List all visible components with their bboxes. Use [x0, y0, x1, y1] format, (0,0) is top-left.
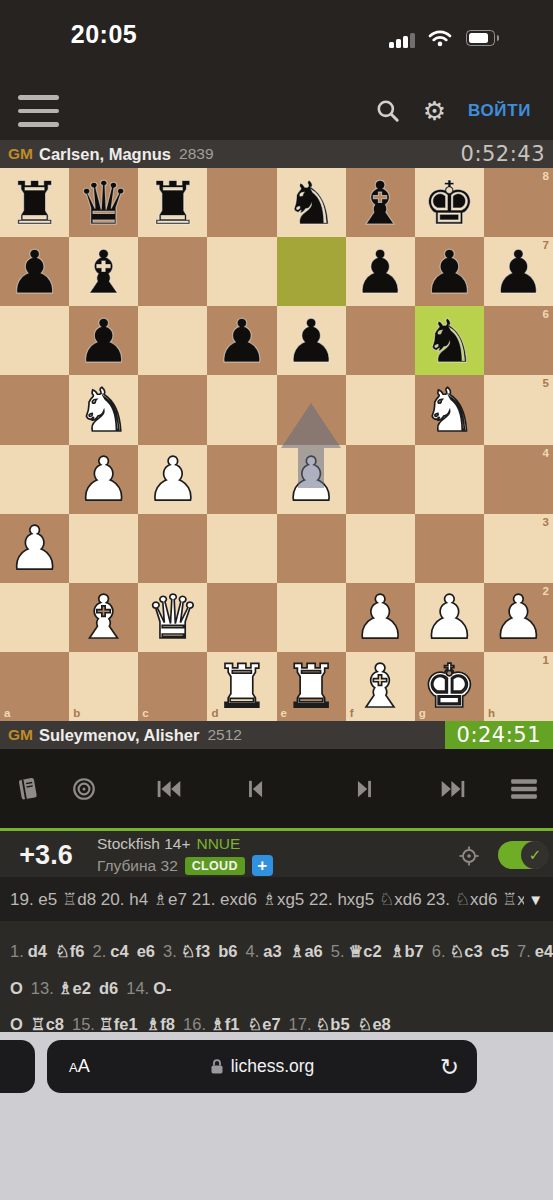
square-a5[interactable] — [0, 375, 69, 444]
square-a1[interactable]: a — [0, 652, 69, 721]
login-button[interactable]: ВОЙТИ — [468, 101, 531, 121]
chess-board: ♜♛♜♞♝♚8♟♝♟♟7♟♟♟♟♞6♞♞5♟♟♟4♟3♝♛♟♟2♟abcd♜e♜… — [0, 168, 553, 721]
file-label-h: h — [488, 708, 495, 720]
black-pawn-e6[interactable]: ♟ — [277, 306, 346, 375]
white-bishop-f1[interactable]: ♝ — [346, 652, 415, 721]
move-4-b[interactable]: ♗a6 — [290, 942, 323, 960]
square-b5[interactable]: ♞ — [69, 375, 138, 444]
move-number: 2. — [93, 942, 107, 960]
move-15-w[interactable]: ♖fe1 — [99, 1015, 138, 1032]
square-g1[interactable]: g♚ — [415, 652, 484, 721]
white-rook-e1[interactable]: ♜ — [277, 652, 346, 721]
square-c3[interactable] — [138, 514, 207, 583]
white-knight-g5[interactable]: ♞ — [415, 375, 484, 444]
rank-label-3: 3 — [543, 517, 549, 529]
square-e5[interactable] — [277, 375, 346, 444]
lock-icon — [210, 1058, 224, 1075]
square-a6[interactable] — [0, 306, 69, 375]
move-17-b[interactable]: ♘e8 — [358, 1015, 391, 1032]
move-number: 1. — [10, 942, 24, 960]
square-d7[interactable] — [207, 237, 276, 306]
move-3-b[interactable]: b6 — [218, 942, 237, 960]
player-name[interactable]: Suleymenov, Alisher — [39, 726, 199, 745]
pv-expand-icon[interactable]: ▼ — [528, 891, 543, 908]
battery-icon — [466, 30, 495, 46]
menu-hamburger-icon[interactable] — [18, 95, 59, 136]
square-e7[interactable] — [277, 237, 346, 306]
square-c5[interactable] — [138, 375, 207, 444]
black-pawn-h7[interactable]: ♟ — [484, 237, 553, 306]
wifi-icon — [428, 29, 452, 47]
black-bishop-f8[interactable]: ♝ — [346, 168, 415, 237]
square-e1[interactable]: e♜ — [277, 652, 346, 721]
square-a3[interactable]: ♟ — [0, 514, 69, 583]
square-c6[interactable] — [138, 306, 207, 375]
square-h5[interactable]: 5 — [484, 375, 553, 444]
white-pawn-b4[interactable]: ♟ — [69, 445, 138, 514]
status-time: 20:05 — [58, 20, 150, 49]
cloud-badge: CLOUD — [185, 857, 245, 875]
move-1-b[interactable]: ♘f6 — [55, 942, 84, 960]
square-f5[interactable] — [346, 375, 415, 444]
square-d5[interactable] — [207, 375, 276, 444]
white-pawn-f2[interactable]: ♟ — [346, 583, 415, 652]
reload-icon[interactable]: ↻ — [440, 1054, 459, 1080]
square-g2[interactable]: ♟ — [415, 583, 484, 652]
move-number: 7. — [517, 942, 531, 960]
black-rook-a8[interactable]: ♜ — [0, 168, 69, 237]
square-c4[interactable]: ♟ — [138, 445, 207, 514]
player-bar-black: GM Carlsen, Magnus 2839 0:52:43 — [0, 140, 553, 168]
square-f7[interactable]: ♟ — [346, 237, 415, 306]
black-rook-c8[interactable]: ♜ — [138, 168, 207, 237]
player-name[interactable]: Carlsen, Magnus — [39, 145, 171, 164]
move-13-b[interactable]: d6 — [99, 979, 118, 997]
move-17-w[interactable]: ♘b5 — [316, 1015, 350, 1032]
rank-label-5: 5 — [543, 378, 549, 390]
engine-panel: +3.6 Stockfish 14+NNUE Глубина 32 CLOUD … — [0, 828, 553, 877]
square-f3[interactable] — [346, 514, 415, 583]
square-f8[interactable]: ♝ — [346, 168, 415, 237]
player-rating: 2512 — [207, 726, 241, 744]
board-menu-icon[interactable] — [509, 777, 539, 801]
square-c2[interactable]: ♛ — [138, 583, 207, 652]
black-king-g8[interactable]: ♚ — [415, 168, 484, 237]
square-f6[interactable] — [346, 306, 415, 375]
move-number: 13. — [31, 979, 54, 997]
black-pawn-b6[interactable]: ♟ — [69, 306, 138, 375]
last-move-button[interactable] — [439, 776, 467, 802]
search-icon[interactable] — [375, 98, 401, 124]
white-pawn-e4[interactable]: ♟ — [277, 445, 346, 514]
engine-eval: +3.6 — [0, 834, 92, 877]
square-b4[interactable]: ♟ — [69, 445, 138, 514]
first-move-button[interactable] — [155, 776, 183, 802]
file-label-b: b — [73, 708, 80, 720]
square-g6[interactable]: ♞ — [415, 306, 484, 375]
square-d6[interactable]: ♟ — [207, 306, 276, 375]
player-bar-white: GM Suleymenov, Alisher 2512 0:24:51 — [0, 721, 553, 749]
black-pawn-g7[interactable]: ♟ — [415, 237, 484, 306]
square-h6[interactable]: 6 — [484, 306, 553, 375]
address-bar[interactable]: AA lichess.org ↻ — [47, 1040, 477, 1093]
previous-move-button[interactable] — [245, 776, 265, 802]
focus-target-icon[interactable] — [457, 844, 481, 868]
black-knight-g6[interactable]: ♞ — [415, 306, 484, 375]
square-b3[interactable] — [69, 514, 138, 583]
square-g8[interactable]: ♚ — [415, 168, 484, 237]
white-pawn-a3[interactable]: ♟ — [0, 514, 69, 583]
file-label-a: a — [4, 708, 10, 720]
toggle-check-icon: ✓ — [521, 841, 549, 869]
square-e8[interactable]: ♞ — [277, 168, 346, 237]
move-15-b[interactable]: ♗f8 — [146, 1015, 175, 1032]
rank-label-4: 4 — [543, 448, 549, 460]
practice-target-icon[interactable] — [71, 776, 97, 802]
move-7-w[interactable]: e4 — [535, 942, 553, 960]
engine-name-line: Stockfish 14+NNUE — [97, 835, 273, 853]
move-6-w[interactable]: ♘c3 — [450, 942, 483, 960]
black-pawn-f7[interactable]: ♟ — [346, 237, 415, 306]
white-pawn-c4[interactable]: ♟ — [138, 445, 207, 514]
square-g4[interactable] — [415, 445, 484, 514]
adjacent-tab-stub[interactable] — [0, 1040, 35, 1093]
square-e2[interactable] — [277, 583, 346, 652]
move-number: 4. — [245, 942, 259, 960]
white-pawn-h2[interactable]: ♟ — [484, 583, 553, 652]
move-2-b[interactable]: e6 — [137, 942, 155, 960]
rank-label-6: 6 — [543, 309, 549, 321]
url-text: lichess.org — [231, 1056, 315, 1077]
square-e3[interactable] — [277, 514, 346, 583]
player-rating: 2839 — [179, 145, 213, 163]
square-g3[interactable] — [415, 514, 484, 583]
move-number: 6. — [432, 942, 446, 960]
cellular-signal-icon — [389, 32, 415, 48]
move-number: 14. — [126, 979, 149, 997]
square-a4[interactable] — [0, 445, 69, 514]
square-d2[interactable] — [207, 583, 276, 652]
move-5-b[interactable]: ♗b7 — [390, 942, 424, 960]
white-pawn-g2[interactable]: ♟ — [415, 583, 484, 652]
square-a2[interactable] — [0, 583, 69, 652]
white-bishop-b2[interactable]: ♝ — [69, 583, 138, 652]
white-rook-d1[interactable]: ♜ — [207, 652, 276, 721]
opening-book-icon[interactable] — [14, 775, 41, 802]
engine-toggle-switch[interactable]: ✓ — [498, 841, 548, 869]
rank-label-8: 8 — [543, 171, 549, 183]
white-knight-b5[interactable]: ♞ — [69, 375, 138, 444]
square-b2[interactable]: ♝ — [69, 583, 138, 652]
move-list: 1.d4♘f62.c4e63.♘f3b64.a3♗a65.♕c2♗b76.♘c3… — [0, 921, 553, 1032]
square-g5[interactable]: ♞ — [415, 375, 484, 444]
safari-bottom-chrome: AA lichess.org ↻ — [0, 1032, 553, 1200]
square-b1[interactable]: b — [69, 652, 138, 721]
square-a7[interactable]: ♟ — [0, 237, 69, 306]
square-f1[interactable]: f♝ — [346, 652, 415, 721]
move-3-w[interactable]: ♘f3 — [181, 942, 210, 960]
move-number: 5. — [331, 942, 345, 960]
square-h7[interactable]: 7♟ — [484, 237, 553, 306]
square-b6[interactable]: ♟ — [69, 306, 138, 375]
square-d3[interactable] — [207, 514, 276, 583]
clock-white-active: 0:24:51 — [445, 721, 553, 749]
reader-options-button[interactable]: AA — [69, 1056, 90, 1077]
rank-label-1: 1 — [543, 655, 549, 667]
square-d8[interactable] — [207, 168, 276, 237]
file-label-c: c — [142, 708, 148, 720]
engine-name: Stockfish 14+ — [97, 835, 190, 852]
move-4-w[interactable]: a3 — [263, 942, 281, 960]
next-move-button[interactable] — [355, 776, 375, 802]
move-number: 16. — [183, 1015, 206, 1032]
square-d1[interactable]: d♜ — [207, 652, 276, 721]
top-chrome: 20:05 ⚙ ВОЙТИ — [0, 0, 553, 140]
move-number: 17. — [289, 1015, 312, 1032]
settings-gear-icon[interactable]: ⚙ — [423, 98, 446, 124]
square-f2[interactable]: ♟ — [346, 583, 415, 652]
move-2-w[interactable]: c4 — [110, 942, 128, 960]
move-number: 3. — [163, 942, 177, 960]
move-number: 15. — [72, 1015, 95, 1032]
black-bishop-b7[interactable]: ♝ — [69, 237, 138, 306]
move-5-w[interactable]: ♕c2 — [349, 942, 382, 960]
engine-depth: Глубина 32 — [97, 857, 178, 875]
nnue-label: NNUE — [196, 835, 240, 852]
square-b8[interactable]: ♛ — [69, 168, 138, 237]
white-king-g1[interactable]: ♚ — [415, 652, 484, 721]
white-queen-c2[interactable]: ♛ — [138, 583, 207, 652]
square-e4[interactable]: ♟ — [277, 445, 346, 514]
pv-moves[interactable]: 19. e5 ♖d8 20. h4 ♗e7 21. exd6 ♗xg5 22. … — [10, 889, 524, 910]
square-g7[interactable]: ♟ — [415, 237, 484, 306]
square-d4[interactable] — [207, 445, 276, 514]
black-pawn-d6[interactable]: ♟ — [207, 306, 276, 375]
player-title-badge: GM — [8, 726, 33, 744]
square-h4[interactable]: 4 — [484, 445, 553, 514]
move-16-w[interactable]: ♗f1 — [210, 1015, 239, 1032]
square-f4[interactable] — [346, 445, 415, 514]
iphone-screen: 20:05 ⚙ ВОЙТИ GM Carlsen, Magnus 2839 0:… — [0, 0, 553, 1200]
square-b7[interactable]: ♝ — [69, 237, 138, 306]
move-1-w[interactable]: d4 — [28, 942, 47, 960]
player-title-badge: GM — [8, 145, 33, 163]
square-h8[interactable]: 8 — [484, 168, 553, 237]
analysis-controls — [0, 749, 553, 828]
square-a8[interactable]: ♜ — [0, 168, 69, 237]
square-h3[interactable]: 3 — [484, 514, 553, 583]
square-h2[interactable]: 2♟ — [484, 583, 553, 652]
engine-pv-row[interactable]: 19. e5 ♖d8 20. h4 ♗e7 21. exd6 ♗xg5 22. … — [0, 877, 553, 921]
black-knight-e8[interactable]: ♞ — [277, 168, 346, 237]
black-queen-b8[interactable]: ♛ — [69, 168, 138, 237]
square-e6[interactable]: ♟ — [277, 306, 346, 375]
move-14-b[interactable]: ♖c8 — [31, 1015, 64, 1032]
move-16-b[interactable]: ♘e7 — [247, 1015, 280, 1032]
move-13-w[interactable]: ♗e2 — [58, 979, 91, 997]
black-pawn-a7[interactable]: ♟ — [0, 237, 69, 306]
square-c1[interactable]: c — [138, 652, 207, 721]
clock-black: 0:52:43 — [453, 142, 553, 166]
move-6-b[interactable]: c5 — [491, 942, 509, 960]
square-c8[interactable]: ♜ — [138, 168, 207, 237]
square-c7[interactable] — [138, 237, 207, 306]
add-line-button[interactable]: + — [252, 855, 273, 876]
square-h1[interactable]: 1h — [484, 652, 553, 721]
